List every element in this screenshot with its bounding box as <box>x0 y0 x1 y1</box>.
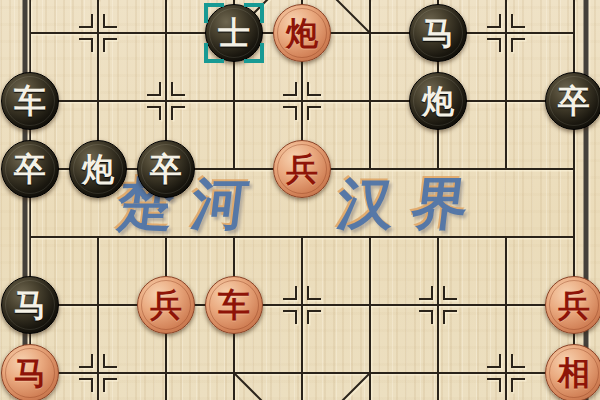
black-soldier[interactable]: 卒 <box>545 72 600 130</box>
intersection-1-6[interactable] <box>64 271 132 339</box>
intersection-2-6[interactable]: 兵 <box>132 271 200 339</box>
red-soldier[interactable]: 兵 <box>545 276 600 334</box>
red-chariot[interactable]: 车 <box>205 276 263 334</box>
intersection-6-2[interactable]: 马 <box>404 0 472 67</box>
red-horse[interactable]: 马 <box>1 344 59 400</box>
intersection-4-4[interactable]: 兵 <box>268 135 336 203</box>
intersection-4-2[interactable]: 炮 <box>268 0 336 67</box>
intersection-6-7[interactable] <box>404 339 472 400</box>
intersection-6-6[interactable] <box>404 271 472 339</box>
intersection-7-3[interactable] <box>472 67 540 135</box>
black-advisor[interactable]: 士 <box>205 4 263 62</box>
intersection-1-4[interactable]: 炮 <box>64 135 132 203</box>
intersection-2-4[interactable]: 卒 <box>132 135 200 203</box>
intersection-0-5[interactable] <box>0 203 64 271</box>
intersection-0-4[interactable]: 卒 <box>0 135 64 203</box>
intersection-8-3[interactable]: 卒 <box>540 67 600 135</box>
intersection-4-5[interactable] <box>268 203 336 271</box>
intersection-3-5[interactable] <box>200 203 268 271</box>
intersection-8-7[interactable]: 相 <box>540 339 600 400</box>
intersection-0-3[interactable]: 车 <box>0 67 64 135</box>
xiangqi-board: 楚河 汉界 士炮马车炮卒卒炮卒兵马兵车兵马相 <box>0 0 600 400</box>
intersection-2-7[interactable] <box>132 339 200 400</box>
red-soldier[interactable]: 兵 <box>137 276 195 334</box>
intersection-1-3[interactable] <box>64 67 132 135</box>
intersection-0-6[interactable]: 马 <box>0 271 64 339</box>
intersection-3-3[interactable] <box>200 67 268 135</box>
intersection-1-7[interactable] <box>64 339 132 400</box>
black-chariot[interactable]: 车 <box>1 72 59 130</box>
red-soldier[interactable]: 兵 <box>273 140 331 198</box>
intersection-0-7[interactable]: 马 <box>0 339 64 400</box>
intersection-2-3[interactable] <box>132 67 200 135</box>
intersection-5-4[interactable] <box>336 135 404 203</box>
intersection-3-4[interactable] <box>200 135 268 203</box>
intersection-5-3[interactable] <box>336 67 404 135</box>
black-horse[interactable]: 马 <box>409 4 467 62</box>
intersection-8-6[interactable]: 兵 <box>540 271 600 339</box>
intersection-7-6[interactable] <box>472 271 540 339</box>
intersection-3-7[interactable] <box>200 339 268 400</box>
intersection-2-5[interactable] <box>132 203 200 271</box>
red-cannon[interactable]: 炮 <box>273 4 331 62</box>
black-soldier[interactable]: 卒 <box>1 140 59 198</box>
intersection-3-2[interactable]: 士 <box>200 0 268 67</box>
board-grid: 士炮马车炮卒卒炮卒兵马兵车兵马相 <box>0 0 600 400</box>
intersection-6-3[interactable]: 炮 <box>404 67 472 135</box>
intersection-4-6[interactable] <box>268 271 336 339</box>
black-soldier[interactable]: 卒 <box>137 140 195 198</box>
intersection-7-2[interactable] <box>472 0 540 67</box>
intersection-4-7[interactable] <box>268 339 336 400</box>
black-cannon[interactable]: 炮 <box>69 140 127 198</box>
intersection-0-2[interactable] <box>0 0 64 67</box>
intersection-5-5[interactable] <box>336 203 404 271</box>
intersection-2-2[interactable] <box>132 0 200 67</box>
intersection-1-2[interactable] <box>64 0 132 67</box>
intersection-4-3[interactable] <box>268 67 336 135</box>
intersection-7-7[interactable] <box>472 339 540 400</box>
intersection-7-4[interactable] <box>472 135 540 203</box>
intersection-7-5[interactable] <box>472 203 540 271</box>
intersection-8-2[interactable] <box>540 0 600 67</box>
black-horse[interactable]: 马 <box>1 276 59 334</box>
intersection-3-6[interactable]: 车 <box>200 271 268 339</box>
intersection-5-7[interactable] <box>336 339 404 400</box>
intersection-5-6[interactable] <box>336 271 404 339</box>
black-cannon[interactable]: 炮 <box>409 72 467 130</box>
intersection-6-5[interactable] <box>404 203 472 271</box>
intersection-1-5[interactable] <box>64 203 132 271</box>
intersection-8-5[interactable] <box>540 203 600 271</box>
intersection-5-2[interactable] <box>336 0 404 67</box>
intersection-6-4[interactable] <box>404 135 472 203</box>
intersection-8-4[interactable] <box>540 135 600 203</box>
red-elephant[interactable]: 相 <box>545 344 600 400</box>
